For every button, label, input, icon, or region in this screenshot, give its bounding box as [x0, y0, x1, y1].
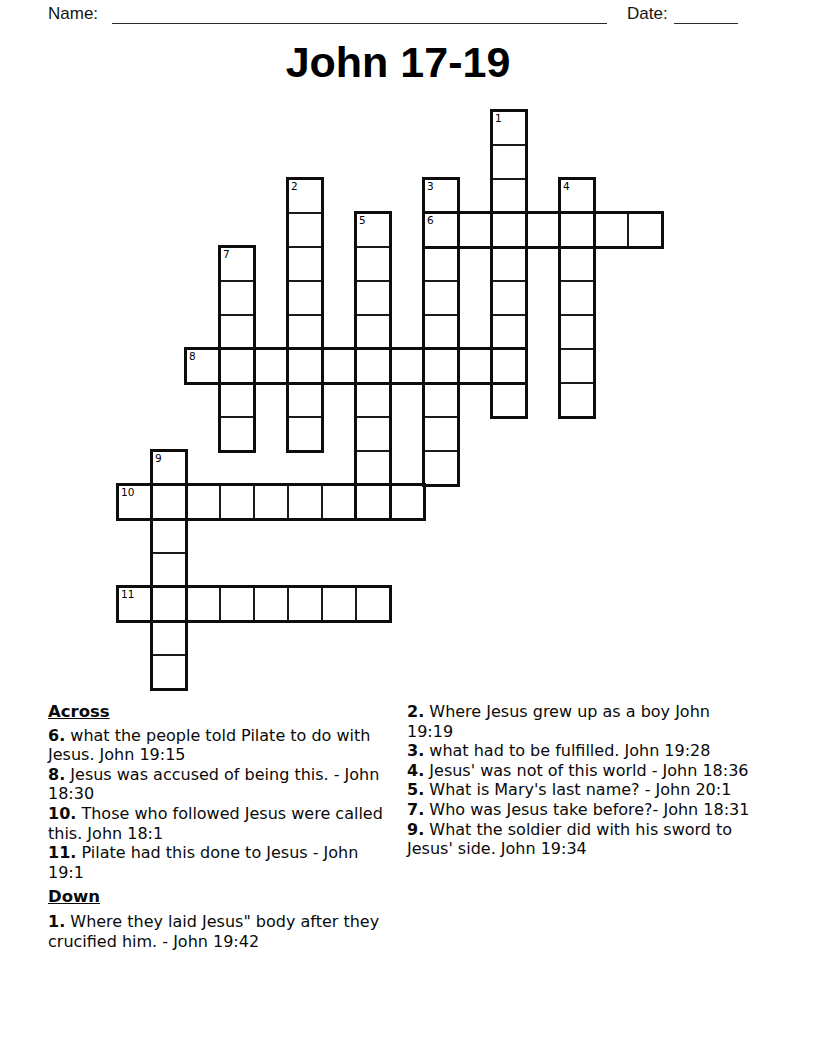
crossword-grid: 1234567891011 — [118, 111, 662, 689]
grid-cell[interactable] — [287, 348, 323, 384]
grid-cell[interactable]: 11 — [117, 586, 153, 622]
grid-cell[interactable] — [287, 416, 323, 452]
clue-number-label: 11. — [48, 843, 76, 862]
grid-cell[interactable] — [151, 552, 187, 588]
clue-text: what had to be fulfilled. John 19:28 — [429, 741, 710, 760]
clue-11-across[interactable]: 11. Pilate had this done to Jesus - John… — [48, 843, 398, 882]
grid-cell[interactable] — [355, 416, 391, 452]
clue-number-label: 6. — [48, 726, 65, 745]
clue-text: Where they laid Jesus" body after they c… — [48, 912, 379, 951]
grid-cell[interactable] — [559, 348, 595, 384]
clue-number-label: 4. — [407, 761, 424, 780]
clue-4-down[interactable]: 4. Jesus' was not of this world - John 1… — [407, 761, 761, 781]
grid-cell[interactable] — [253, 586, 289, 622]
grid-cell[interactable] — [423, 314, 459, 350]
grid-cell[interactable] — [219, 416, 255, 452]
clue-number: 2 — [291, 180, 298, 192]
clue-1-down[interactable]: 1. Where they laid Jesus" body after the… — [48, 912, 398, 951]
grid-cell[interactable] — [253, 484, 289, 520]
grid-cell[interactable] — [559, 212, 595, 248]
grid-cell[interactable]: 3 — [423, 178, 459, 214]
clue-number-label: 3. — [407, 741, 424, 760]
grid-cell[interactable] — [423, 246, 459, 282]
grid-cell[interactable]: 7 — [219, 246, 255, 282]
grid-cell[interactable] — [389, 484, 425, 520]
clue-text: What is Mary's last name? - John 20:1 — [429, 780, 731, 799]
grid-cell[interactable] — [491, 280, 527, 316]
grid-cell[interactable]: 4 — [559, 178, 595, 214]
grid-cell[interactable] — [491, 178, 527, 214]
clue-number: 6 — [427, 214, 434, 226]
date-field[interactable] — [674, 8, 738, 24]
grid-cell[interactable] — [321, 348, 357, 384]
grid-cell[interactable] — [355, 450, 391, 486]
grid-cell[interactable] — [219, 280, 255, 316]
grid-cell[interactable] — [355, 314, 391, 350]
clue-text: Jesus' was not of this world - John 18:3… — [429, 761, 748, 780]
page-title: John 17-19 — [0, 36, 796, 88]
clue-text: Pilate had this done to Jesus - John 19:… — [48, 843, 358, 882]
clue-number-label: 8. — [48, 765, 65, 784]
clue-3-down[interactable]: 3. what had to be fulfilled. John 19:28 — [407, 741, 761, 761]
grid-cell[interactable] — [491, 144, 527, 180]
clue-text: Jesus was accused of being this. - John … — [48, 765, 379, 804]
grid-cell[interactable] — [151, 620, 187, 656]
grid-cell[interactable] — [185, 586, 221, 622]
grid-cell[interactable] — [559, 280, 595, 316]
name-label: Name: — [48, 4, 98, 24]
clue-number: 4 — [563, 180, 570, 192]
grid-cell[interactable] — [151, 484, 187, 520]
grid-cell[interactable] — [627, 212, 663, 248]
grid-cell[interactable] — [559, 314, 595, 350]
grid-cell[interactable] — [457, 348, 493, 384]
grid-cell[interactable] — [355, 246, 391, 282]
grid-cell[interactable] — [219, 586, 255, 622]
clue-number: 5 — [359, 214, 366, 226]
grid-cell[interactable] — [355, 382, 391, 418]
clue-number: 3 — [427, 180, 434, 192]
grid-cell[interactable]: 1 — [491, 110, 527, 146]
grid-cell[interactable] — [219, 314, 255, 350]
grid-cell[interactable] — [321, 586, 357, 622]
grid-cell[interactable]: 6 — [423, 212, 459, 248]
grid-cell[interactable] — [185, 484, 221, 520]
clue-number-label: 9. — [407, 820, 424, 839]
grid-cell[interactable] — [151, 518, 187, 554]
clue-10-across[interactable]: 10. Those who followed Jesus were called… — [48, 804, 398, 843]
clue-number: 8 — [189, 350, 196, 362]
grid-cell[interactable] — [355, 348, 391, 384]
grid-cell[interactable] — [287, 280, 323, 316]
grid-cell[interactable] — [355, 484, 391, 520]
grid-cell[interactable] — [423, 416, 459, 452]
clue-number-label: 2. — [407, 702, 424, 721]
clue-number-label: 7. — [407, 800, 424, 819]
clues-left-column: Across 6. what the people told Pilate to… — [48, 702, 398, 951]
clue-text: What the soldier did with his sword to J… — [407, 820, 732, 859]
grid-cell[interactable] — [491, 246, 527, 282]
clue-8-across[interactable]: 8. Jesus was accused of being this. - Jo… — [48, 765, 398, 804]
grid-cell[interactable] — [559, 382, 595, 418]
clue-text: Who was Jesus take before?- John 18:31 — [429, 800, 749, 819]
grid-cell[interactable]: 9 — [151, 450, 187, 486]
clue-text: Those who followed Jesus were called thi… — [48, 804, 383, 843]
grid-cell[interactable] — [219, 382, 255, 418]
grid-cell[interactable] — [287, 314, 323, 350]
grid-cell[interactable] — [423, 348, 459, 384]
worksheet-page: Name: Date: John 17-19 1234567891011 Acr… — [0, 0, 816, 1056]
grid-cell[interactable] — [287, 246, 323, 282]
grid-cell[interactable] — [525, 212, 561, 248]
grid-cell[interactable] — [253, 348, 289, 384]
grid-cell[interactable] — [287, 484, 323, 520]
grid-cell[interactable] — [219, 484, 255, 520]
clue-number: 9 — [155, 452, 162, 464]
grid-cell[interactable]: 8 — [185, 348, 221, 384]
clue-number: 7 — [223, 248, 230, 260]
grid-cell[interactable] — [219, 348, 255, 384]
grid-cell[interactable] — [491, 382, 527, 418]
grid-cell[interactable] — [287, 212, 323, 248]
grid-cell[interactable]: 5 — [355, 212, 391, 248]
grid-cell[interactable] — [355, 586, 391, 622]
grid-cell[interactable] — [423, 450, 459, 486]
grid-cell[interactable] — [491, 348, 527, 384]
grid-cell[interactable] — [593, 212, 629, 248]
grid-cell[interactable] — [491, 314, 527, 350]
grid-cell[interactable] — [491, 212, 527, 248]
grid-cell[interactable] — [457, 212, 493, 248]
grid-cell[interactable]: 2 — [287, 178, 323, 214]
clue-number-label: 1. — [48, 912, 65, 931]
grid-cell[interactable] — [355, 280, 391, 316]
clue-number: 1 — [495, 112, 502, 124]
grid-cell[interactable] — [423, 382, 459, 418]
grid-cell[interactable] — [559, 246, 595, 282]
grid-cell[interactable] — [287, 382, 323, 418]
clue-text: Where Jesus grew up as a boy John 19:19 — [407, 702, 710, 741]
grid-cell[interactable] — [389, 348, 425, 384]
clue-6-across[interactable]: 6. what the people told Pilate to do wit… — [48, 726, 398, 765]
clue-number-label: 10. — [48, 804, 76, 823]
grid-cell[interactable] — [423, 280, 459, 316]
clue-2-down[interactable]: 2. Where Jesus grew up as a boy John 19:… — [407, 702, 761, 741]
clue-number: 11 — [121, 588, 134, 600]
down-heading: Down — [48, 887, 398, 907]
grid-cell[interactable] — [321, 484, 357, 520]
grid-cell[interactable] — [151, 654, 187, 690]
across-heading: Across — [48, 702, 398, 722]
grid-cell[interactable] — [151, 586, 187, 622]
clue-number: 10 — [121, 486, 134, 498]
clue-7-down[interactable]: 7. Who was Jesus take before?- John 18:3… — [407, 800, 761, 820]
clue-5-down[interactable]: 5. What is Mary's last name? - John 20:1 — [407, 780, 761, 800]
date-label: Date: — [627, 4, 668, 24]
grid-cell[interactable] — [287, 586, 323, 622]
clues-right-column: 2. Where Jesus grew up as a boy John 19:… — [407, 702, 761, 859]
clue-number-label: 5. — [407, 780, 424, 799]
clue-text: what the people told Pilate to do with J… — [48, 726, 370, 765]
grid-cell[interactable]: 10 — [117, 484, 153, 520]
name-field[interactable] — [112, 8, 607, 24]
clue-9-down[interactable]: 9. What the soldier did with his sword t… — [407, 820, 761, 859]
